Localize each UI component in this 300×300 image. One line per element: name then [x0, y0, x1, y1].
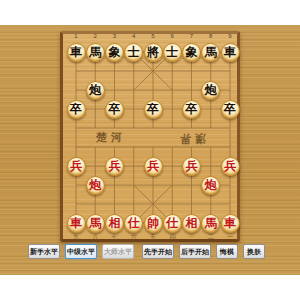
level-master-button: 大师水平: [102, 244, 134, 259]
file-label-bottom: 四: [165, 233, 179, 240]
piece-glyph: 象: [183, 44, 200, 61]
piece-glyph: 卒: [145, 101, 162, 118]
piece-red-general[interactable]: 帥: [144, 214, 163, 233]
file-label-top: 9: [223, 33, 237, 40]
piece-red-soldier[interactable]: 兵: [221, 157, 240, 176]
piece-red-soldier[interactable]: 兵: [105, 157, 124, 176]
piece-glyph: 卒: [106, 101, 123, 118]
piece-red-soldier[interactable]: 兵: [67, 157, 86, 176]
board-inner: 楚河 漢界 123456789 九八七六五四三二一 車馬象士將士象馬車炮炮卒卒卒…: [63, 34, 237, 239]
file-label-bottom: 一: [223, 233, 237, 240]
file-label-top: 2: [88, 33, 102, 40]
piece-glyph: 炮: [87, 177, 104, 194]
piece-glyph: 卒: [183, 101, 200, 118]
file-label-top: 1: [69, 33, 83, 40]
piece-glyph: 帥: [145, 215, 162, 232]
file-label-top: 5: [146, 33, 160, 40]
piece-black-elephant[interactable]: 象: [105, 43, 124, 62]
piece-glyph: 馬: [87, 44, 104, 61]
piece-red-soldier[interactable]: 兵: [144, 157, 163, 176]
piece-black-horse[interactable]: 馬: [86, 43, 105, 62]
file-label-top: 4: [127, 33, 141, 40]
piece-glyph: 兵: [106, 158, 123, 175]
piece-glyph: 象: [106, 44, 123, 61]
piece-glyph: 兵: [222, 158, 239, 175]
piece-glyph: 士: [164, 44, 181, 61]
piece-red-cannon[interactable]: 炮: [86, 176, 105, 195]
piece-glyph: 仕: [125, 215, 142, 232]
piece-black-cannon[interactable]: 炮: [86, 81, 105, 100]
piece-black-elephant[interactable]: 象: [182, 43, 201, 62]
piece-glyph: 兵: [68, 158, 85, 175]
piece-red-horse[interactable]: 馬: [86, 214, 105, 233]
file-label-bottom: 八: [88, 233, 102, 240]
piece-red-chariot[interactable]: 車: [221, 214, 240, 233]
piece-glyph: 車: [68, 44, 85, 61]
file-label-bottom: 九: [69, 233, 83, 240]
start-first-button[interactable]: 先手开始: [142, 244, 174, 259]
piece-red-advisor[interactable]: 仕: [124, 214, 143, 233]
file-label-bottom: 七: [108, 233, 122, 240]
piece-glyph: 車: [222, 44, 239, 61]
piece-glyph: 相: [106, 215, 123, 232]
undo-move-button[interactable]: 悔棋: [216, 244, 238, 259]
river-label-right: 漢界: [176, 130, 206, 146]
piece-glyph: 將: [145, 44, 162, 61]
piece-glyph: 馬: [202, 44, 219, 61]
piece-glyph: 仕: [164, 215, 181, 232]
piece-glyph: 車: [68, 215, 85, 232]
start-second-button[interactable]: 后手开始: [179, 244, 211, 259]
file-label-top: 6: [165, 33, 179, 40]
file-label-top: 3: [108, 33, 122, 40]
piece-glyph: 炮: [202, 82, 219, 99]
piece-red-soldier[interactable]: 兵: [182, 157, 201, 176]
piece-red-chariot[interactable]: 車: [67, 214, 86, 233]
piece-black-advisor[interactable]: 士: [163, 43, 182, 62]
piece-black-general[interactable]: 將: [144, 43, 163, 62]
piece-glyph: 炮: [202, 177, 219, 194]
change-skin-button[interactable]: 换肤: [243, 244, 265, 259]
file-label-top: 7: [185, 33, 199, 40]
piece-red-elephant[interactable]: 相: [105, 214, 124, 233]
file-label-top: 8: [204, 33, 218, 40]
xiangqi-board: 楚河 漢界 123456789 九八七六五四三二一 車馬象士將士象馬車炮炮卒卒卒…: [60, 31, 240, 242]
level-intermediate-button[interactable]: 中级水平: [65, 244, 97, 259]
river-label-left: 楚河: [96, 130, 126, 146]
piece-black-soldier[interactable]: 卒: [144, 100, 163, 119]
piece-glyph: 兵: [183, 158, 200, 175]
piece-black-advisor[interactable]: 士: [124, 43, 143, 62]
piece-red-elephant[interactable]: 相: [182, 214, 201, 233]
piece-black-chariot[interactable]: 車: [221, 43, 240, 62]
piece-glyph: 兵: [145, 158, 162, 175]
piece-red-cannon[interactable]: 炮: [201, 176, 220, 195]
piece-black-soldier[interactable]: 卒: [67, 100, 86, 119]
file-label-bottom: 三: [185, 233, 199, 240]
file-label-bottom: 二: [204, 233, 218, 240]
piece-red-advisor[interactable]: 仕: [163, 214, 182, 233]
piece-black-chariot[interactable]: 車: [67, 43, 86, 62]
piece-glyph: 士: [125, 44, 142, 61]
piece-black-soldier[interactable]: 卒: [182, 100, 201, 119]
piece-glyph: 馬: [202, 215, 219, 232]
piece-glyph: 卒: [68, 101, 85, 118]
piece-red-horse[interactable]: 馬: [201, 214, 220, 233]
piece-black-horse[interactable]: 馬: [201, 43, 220, 62]
piece-black-soldier[interactable]: 卒: [105, 100, 124, 119]
toolbar: 新手水平中级水平大师水平先手开始后手开始悔棋换肤: [28, 244, 265, 260]
board-grid: [63, 34, 237, 239]
piece-glyph: 相: [183, 215, 200, 232]
piece-glyph: 馬: [87, 215, 104, 232]
app-window: 楚河 漢界 123456789 九八七六五四三二一 車馬象士將士象馬車炮炮卒卒卒…: [0, 0, 300, 300]
piece-black-cannon[interactable]: 炮: [201, 81, 220, 100]
piece-glyph: 炮: [87, 82, 104, 99]
piece-glyph: 車: [222, 215, 239, 232]
file-label-bottom: 五: [146, 233, 160, 240]
piece-black-soldier[interactable]: 卒: [221, 100, 240, 119]
file-label-bottom: 六: [127, 233, 141, 240]
piece-glyph: 卒: [222, 101, 239, 118]
level-novice-button[interactable]: 新手水平: [28, 244, 60, 259]
